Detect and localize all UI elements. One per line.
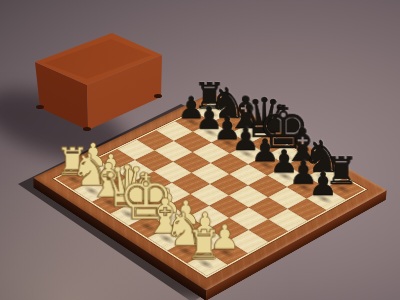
piece-white-rook[interactable]: ♜ — [172, 225, 236, 265]
square-h1[interactable]: ♜ — [187, 252, 228, 276]
chess-board: ♜♞♝♛♚♝♞♜♟♟♟♟♟♟♟♟♟♟♟♟♟♟♟♟♜♞♝♛♚♝♞♜ — [33, 92, 386, 291]
piece-black-pawn[interactable]: ♟ — [293, 168, 354, 200]
board-grid: ♜♞♝♛♚♝♞♜♟♟♟♟♟♟♟♟♟♟♟♟♟♟♟♟♜♞♝♛♚♝♞♜ — [53, 102, 367, 278]
photo-stage: ♜♞♝♛♚♝♞♜♟♟♟♟♟♟♟♟♟♟♟♟♟♟♟♟♜♞♝♛♚♝♞♜ — [0, 0, 400, 300]
board-scene: ♜♞♝♛♚♝♞♜♟♟♟♟♟♟♟♟♟♟♟♟♟♟♟♟♜♞♝♛♚♝♞♜ — [0, 0, 400, 300]
